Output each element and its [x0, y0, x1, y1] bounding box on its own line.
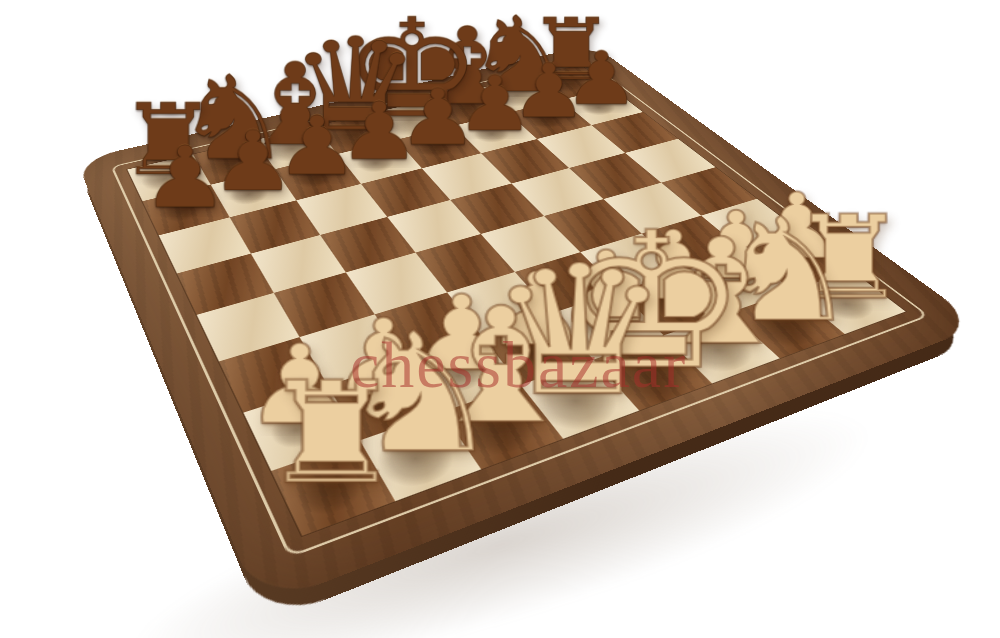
black-pawn-a7[interactable]: ♟	[141, 135, 229, 220]
chess-board: ♜♞♝♛♚♝♞♜♟♟♟♟♟♟♟♟♟♟♟♟♟♟♟♟♜♞♝♛♚♝♞♜	[76, 45, 981, 608]
white-rook-a1[interactable]: ♜	[259, 363, 404, 504]
product-photo: ♜♞♝♛♚♝♞♜♟♟♟♟♟♟♟♟♟♟♟♟♟♟♟♟♜♞♝♛♚♝♞♜ chessba…	[0, 0, 1000, 638]
perspective-wrapper: ♜♞♝♛♚♝♞♜♟♟♟♟♟♟♟♟♟♟♟♟♟♟♟♟♜♞♝♛♚♝♞♜	[0, 0, 1000, 638]
scene-3d: ♜♞♝♛♚♝♞♜♟♟♟♟♟♟♟♟♟♟♟♟♟♟♟♟♜♞♝♛♚♝♞♜	[0, 0, 1000, 638]
